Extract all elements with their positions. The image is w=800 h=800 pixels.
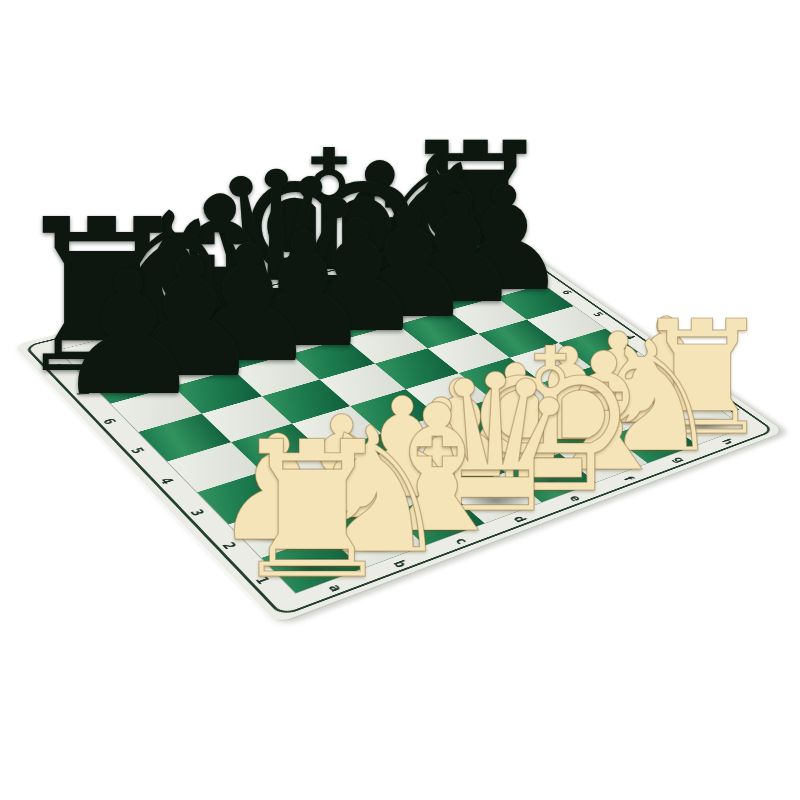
file-label-near-e: e bbox=[566, 494, 585, 504]
file-label-near-f: f bbox=[620, 475, 637, 483]
rank-label-left-5: 5 bbox=[127, 446, 148, 455]
rank-label-left-6: 6 bbox=[99, 417, 120, 426]
rank-label-left-1: 1 bbox=[251, 575, 274, 587]
file-label-far-c: c bbox=[191, 304, 209, 311]
playing-area bbox=[57, 243, 745, 594]
file-label-far-b: b bbox=[133, 318, 152, 325]
file-label-far-g: g bbox=[399, 253, 416, 259]
rank-label-right-6: 6 bbox=[559, 289, 575, 296]
chess-set-photo: aa11bb22cc33dd44ee55ff66gg77hh88 ♜♞♝♛♚♝♞… bbox=[0, 0, 800, 800]
file-label-near-h: h bbox=[719, 437, 737, 446]
rank-label-right-8: 8 bbox=[499, 248, 515, 254]
rank-label-right-3: 3 bbox=[655, 357, 672, 364]
rank-label-right-5: 5 bbox=[590, 311, 606, 318]
rank-label-left-7: 7 bbox=[72, 389, 93, 398]
rank-label-left-3: 3 bbox=[186, 507, 208, 517]
rank-label-right-7: 7 bbox=[529, 268, 545, 274]
file-label-near-g: g bbox=[670, 455, 688, 464]
rank-label-right-4: 4 bbox=[622, 334, 639, 341]
rank-label-left-2: 2 bbox=[218, 540, 240, 551]
file-label-far-e: e bbox=[300, 278, 317, 285]
rank-label-left-4: 4 bbox=[156, 476, 178, 486]
rank-label-left-8: 8 bbox=[46, 362, 66, 370]
file-label-far-a: a bbox=[73, 333, 92, 341]
file-label-near-b: b bbox=[389, 558, 411, 569]
file-label-far-h: h bbox=[447, 241, 463, 247]
board-mat: aa11bb22cc33dd44ee55ff66gg77hh88 bbox=[12, 227, 786, 625]
file-label-near-a: a bbox=[324, 582, 346, 593]
rank-label-right-2: 2 bbox=[690, 381, 707, 389]
file-label-far-d: d bbox=[246, 290, 264, 297]
file-label-far-f: f bbox=[351, 266, 366, 271]
file-label-near-d: d bbox=[510, 514, 530, 524]
rank-label-right-1: 1 bbox=[726, 406, 743, 414]
file-label-near-c: c bbox=[451, 536, 471, 546]
